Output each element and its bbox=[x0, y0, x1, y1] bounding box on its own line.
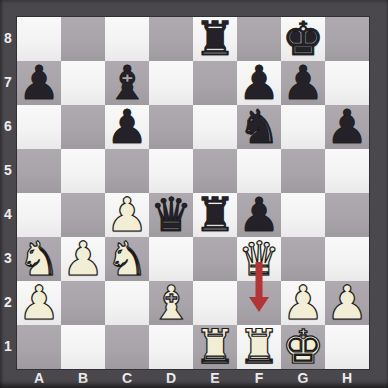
rank-label-4: 4 bbox=[0, 192, 16, 236]
square-a5[interactable] bbox=[17, 149, 61, 193]
piece-white-king[interactable]: ♚ bbox=[282, 323, 324, 370]
square-a6[interactable] bbox=[17, 105, 61, 149]
piece-white-rook[interactable]: ♜ bbox=[238, 323, 280, 370]
square-h4[interactable] bbox=[325, 193, 369, 237]
square-a2[interactable]: ♟ bbox=[17, 281, 61, 325]
square-e7[interactable] bbox=[193, 61, 237, 105]
square-b2[interactable] bbox=[61, 281, 105, 325]
square-d1[interactable] bbox=[149, 325, 193, 369]
piece-white-bishop[interactable]: ♝ bbox=[150, 279, 192, 326]
square-c2[interactable] bbox=[105, 281, 149, 325]
square-h2[interactable]: ♟ bbox=[325, 281, 369, 325]
piece-black-rook[interactable]: ♜ bbox=[194, 15, 236, 62]
square-h5[interactable] bbox=[325, 149, 369, 193]
square-c6[interactable]: ♟ bbox=[105, 105, 149, 149]
square-d8[interactable] bbox=[149, 17, 193, 61]
rank-label-5: 5 bbox=[0, 148, 16, 192]
piece-white-pawn[interactable]: ♟ bbox=[18, 279, 60, 326]
piece-black-pawn[interactable]: ♟ bbox=[326, 103, 368, 150]
square-f6[interactable]: ♞ bbox=[237, 105, 281, 149]
file-label-d: D bbox=[149, 370, 193, 388]
square-g6[interactable] bbox=[281, 105, 325, 149]
square-g1[interactable]: ♚ bbox=[281, 325, 325, 369]
square-a7[interactable]: ♟ bbox=[17, 61, 61, 105]
square-b8[interactable] bbox=[61, 17, 105, 61]
square-e8[interactable]: ♜ bbox=[193, 17, 237, 61]
square-a1[interactable] bbox=[17, 325, 61, 369]
piece-black-knight[interactable]: ♞ bbox=[238, 103, 280, 150]
file-label-h: H bbox=[325, 370, 369, 388]
square-d7[interactable] bbox=[149, 61, 193, 105]
square-c3[interactable]: ♞ bbox=[105, 237, 149, 281]
square-b3[interactable]: ♟ bbox=[61, 237, 105, 281]
square-h6[interactable]: ♟ bbox=[325, 105, 369, 149]
square-g7[interactable]: ♟ bbox=[281, 61, 325, 105]
file-label-g: G bbox=[281, 370, 325, 388]
file-label-f: F bbox=[237, 370, 281, 388]
square-h8[interactable] bbox=[325, 17, 369, 61]
rank-label-2: 2 bbox=[0, 280, 16, 324]
square-c1[interactable] bbox=[105, 325, 149, 369]
square-f1[interactable]: ♜ bbox=[237, 325, 281, 369]
file-label-c: C bbox=[105, 370, 149, 388]
square-e4[interactable]: ♜ bbox=[193, 193, 237, 237]
rank-label-8: 8 bbox=[0, 16, 16, 60]
piece-white-pawn[interactable]: ♟ bbox=[326, 279, 368, 326]
square-e1[interactable]: ♜ bbox=[193, 325, 237, 369]
square-e6[interactable] bbox=[193, 105, 237, 149]
file-label-e: E bbox=[193, 370, 237, 388]
square-f3[interactable]: ♛ bbox=[237, 237, 281, 281]
chess-board-frame: ♜♚♟♝♟♟♟♞♟♟♛♜♟♞♟♞♛♟♝♟♟♜♜♚ 87654321 ABCDEF… bbox=[0, 0, 388, 388]
square-d2[interactable]: ♝ bbox=[149, 281, 193, 325]
square-e3[interactable] bbox=[193, 237, 237, 281]
file-label-a: A bbox=[17, 370, 61, 388]
board-squares: ♜♚♟♝♟♟♟♞♟♟♛♜♟♞♟♞♛♟♝♟♟♜♜♚ bbox=[16, 16, 370, 370]
piece-white-pawn[interactable]: ♟ bbox=[62, 235, 104, 282]
square-d6[interactable] bbox=[149, 105, 193, 149]
rank-label-7: 7 bbox=[0, 60, 16, 104]
square-g5[interactable] bbox=[281, 149, 325, 193]
piece-black-rook[interactable]: ♜ bbox=[194, 191, 236, 238]
piece-black-pawn[interactable]: ♟ bbox=[106, 103, 148, 150]
piece-white-queen[interactable]: ♛ bbox=[238, 235, 280, 282]
square-b6[interactable] bbox=[61, 105, 105, 149]
square-h1[interactable] bbox=[325, 325, 369, 369]
square-b1[interactable] bbox=[61, 325, 105, 369]
square-d4[interactable]: ♛ bbox=[149, 193, 193, 237]
piece-black-pawn[interactable]: ♟ bbox=[282, 59, 324, 106]
piece-white-knight[interactable]: ♞ bbox=[106, 235, 148, 282]
piece-white-rook[interactable]: ♜ bbox=[194, 323, 236, 370]
piece-black-queen[interactable]: ♛ bbox=[150, 191, 192, 238]
square-b7[interactable] bbox=[61, 61, 105, 105]
square-g4[interactable] bbox=[281, 193, 325, 237]
file-label-b: B bbox=[61, 370, 105, 388]
rank-label-6: 6 bbox=[0, 104, 16, 148]
square-b5[interactable] bbox=[61, 149, 105, 193]
piece-black-pawn[interactable]: ♟ bbox=[18, 59, 60, 106]
rank-label-1: 1 bbox=[0, 324, 16, 368]
rank-label-3: 3 bbox=[0, 236, 16, 280]
